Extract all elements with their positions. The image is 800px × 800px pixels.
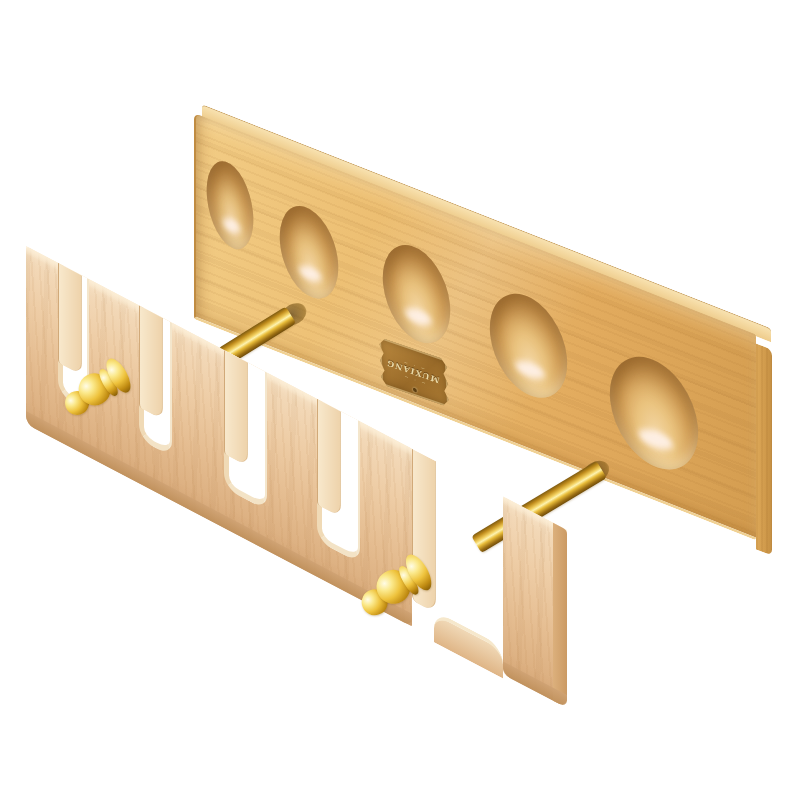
product-photo: ~ · ~ MUXIANG ~ · ~: [0, 0, 800, 800]
recess-highlight: [222, 216, 241, 235]
rail-end-block: [503, 496, 567, 708]
recess-highlight: [515, 358, 546, 383]
rail-right-end-face: [553, 523, 567, 708]
pipe-bowl-recess-2: [276, 198, 343, 306]
recess-highlight: [299, 264, 322, 285]
plaque-pin: [413, 387, 417, 392]
pipe-bowl-recess-5: [605, 346, 704, 481]
prong-side-face-2: [139, 305, 163, 420]
brand-plaque: ~ · ~ MUXIANG ~ · ~: [379, 337, 449, 408]
board-right-edge: [756, 343, 772, 555]
pipe-bowl-recess-1: [203, 155, 258, 255]
recess-highlight: [638, 426, 673, 453]
pipe-bowl-recess-4: [485, 284, 572, 408]
pipe-stem-slot-5: [434, 610, 503, 678]
prong-side-face-3: [224, 350, 248, 467]
recess-highlight: [405, 306, 432, 329]
prong-side-face-4: [317, 399, 341, 518]
pipe-bowl-recess-3: [378, 236, 454, 352]
prong-side-face-1: [58, 263, 82, 376]
